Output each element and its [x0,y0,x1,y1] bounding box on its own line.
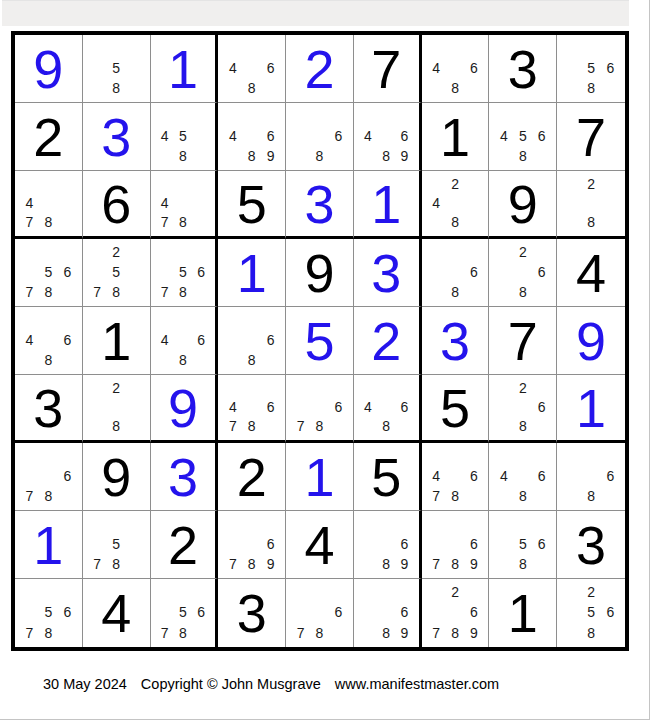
given-digit: 7 [576,110,606,164]
given-digit: 3 [33,381,63,435]
footer-date: 30 May 2024 [43,676,127,692]
candidate-8: 8 [310,623,329,643]
candidate-6: 6 [261,534,280,554]
candidate-8: 8 [174,146,192,166]
candidate-4: 4 [427,58,446,78]
cell-r6c3[interactable]: 9 [151,375,219,443]
candidate-6: 6 [329,602,348,622]
footer: 30 May 2024 Copyright © John Musgrave ww… [43,676,499,692]
pencil-marks: 4689 [223,106,280,166]
given-digit: 5 [371,450,401,504]
candidate-9: 9 [465,623,484,643]
given-digit: 3 [508,42,538,96]
given-digit: 2 [237,450,267,504]
candidate-5: 5 [174,126,192,146]
candidate-8: 8 [107,554,126,574]
cell-r4c3[interactable]: 5678 [151,239,219,307]
candidate-6: 6 [58,330,77,350]
candidate-7: 7 [223,554,242,574]
candidate-8: 8 [242,417,261,436]
candidate-7: 7 [223,417,242,436]
candidate-7: 7 [20,213,39,232]
cell-r1c1[interactable]: 9 [15,35,83,103]
candidate-7: 7 [156,282,174,302]
footer-website: www.manifestmaster.com [335,676,499,692]
candidate-4: 4 [223,126,242,146]
pencil-marks: 28 [562,174,620,232]
candidate-8: 8 [513,486,532,506]
candidate-6: 6 [601,602,620,622]
candidate-6: 6 [329,397,348,416]
solved-digit: 5 [304,314,334,368]
candidate-6: 6 [395,126,413,146]
candidate-2: 2 [581,174,600,193]
candidate-7: 7 [20,623,39,643]
pencil-marks: 5678 [156,582,211,643]
cell-r9c3[interactable]: 5678 [151,579,219,647]
candidate-6: 6 [532,466,551,486]
candidate-8: 8 [242,78,261,98]
candidate-6: 6 [532,534,551,554]
candidate-4: 4 [427,193,446,212]
pencil-marks: 268 [494,242,551,302]
cell-r1c6[interactable]: 7 [354,35,422,103]
candidate-7: 7 [20,282,39,302]
pencil-marks: 26789 [427,582,484,643]
candidate-4: 4 [494,466,513,486]
cell-r8c1[interactable]: 1 [15,511,83,579]
pencil-marks: 268 [494,378,551,436]
pencil-marks: 68 [427,242,484,302]
candidate-6: 6 [261,330,280,350]
candidate-5: 5 [107,262,126,282]
cell-r8c8[interactable]: 568 [489,511,557,579]
candidate-8: 8 [242,554,261,574]
candidate-9: 9 [261,146,280,166]
candidate-8: 8 [39,282,58,302]
candidate-8: 8 [39,213,58,232]
candidate-8: 8 [581,213,600,232]
pencil-marks: 468 [20,310,77,370]
pencil-marks: 568 [494,514,551,574]
cell-r7c8[interactable]: 468 [489,443,557,511]
pencil-marks: 689 [359,514,414,574]
given-digit: 3 [576,518,606,572]
cell-r8c6[interactable]: 689 [354,511,422,579]
candidate-8: 8 [446,486,465,506]
candidate-4: 4 [156,126,174,146]
cell-r5c5[interactable]: 5 [286,307,354,375]
solved-digit: 1 [576,381,606,435]
candidate-2: 2 [107,378,126,397]
cell-r4c9[interactable]: 4 [557,239,625,307]
cell-r9c9[interactable]: 2568 [557,579,625,647]
pencil-marks: 2578 [88,242,145,302]
candidate-7: 7 [427,623,446,643]
cell-r8c5[interactable]: 4 [286,511,354,579]
candidate-8: 8 [446,213,465,232]
candidate-6: 6 [192,602,210,622]
cell-r7c5[interactable]: 1 [286,443,354,511]
pencil-marks: 689 [359,582,414,643]
solved-digit: 3 [440,314,470,368]
candidate-6: 6 [261,58,280,78]
solved-digit: 1 [304,450,334,504]
solved-digit: 3 [371,246,401,300]
cell-r6c1[interactable]: 3 [15,375,83,443]
pencil-marks: 28 [88,378,145,436]
candidate-6: 6 [532,397,551,416]
cell-r1c2[interactable]: 58 [83,35,151,103]
cell-r2c6[interactable]: 4689 [354,103,422,171]
candidate-2: 2 [513,242,532,262]
candidate-8: 8 [107,78,126,98]
candidate-8: 8 [174,213,192,232]
cell-r7c2[interactable]: 9 [83,443,151,511]
candidate-6: 6 [601,466,620,486]
candidate-8: 8 [242,146,261,166]
cell-r4c8[interactable]: 268 [489,239,557,307]
pencil-marks: 5678 [156,242,211,302]
pencil-marks: 468 [427,38,484,98]
candidate-8: 8 [310,417,329,436]
candidate-4: 4 [20,330,39,350]
cell-r9c6[interactable]: 689 [354,579,422,647]
candidate-8: 8 [39,486,58,506]
footer-copyright: Copyright © John Musgrave [141,676,321,692]
candidate-4: 4 [359,126,377,146]
cell-r8c3[interactable]: 2 [151,511,219,579]
candidate-8: 8 [581,486,600,506]
candidate-8: 8 [377,623,395,643]
candidate-6: 6 [261,397,280,416]
candidate-6: 6 [58,466,77,486]
candidate-6: 6 [329,126,348,146]
cell-r7c1[interactable]: 678 [15,443,83,511]
cell-r8c9[interactable]: 3 [557,511,625,579]
pencil-marks: 568 [562,38,620,98]
cell-r4c5[interactable]: 9 [286,239,354,307]
candidate-7: 7 [20,486,39,506]
candidate-6: 6 [192,330,210,350]
cell-r5c1[interactable]: 468 [15,307,83,375]
cell-r2c9[interactable]: 7 [557,103,625,171]
candidate-7: 7 [88,554,107,574]
cell-r3c5[interactable]: 3 [286,171,354,239]
candidate-4: 4 [156,330,174,350]
candidate-6: 6 [532,262,551,282]
pencil-marks: 68 [562,446,620,506]
cell-r4c4[interactable]: 1 [218,239,286,307]
candidate-8: 8 [174,282,192,302]
cell-r7c6[interactable]: 5 [354,443,422,511]
solved-digit: 1 [33,518,63,572]
pencil-marks: 468 [223,38,280,98]
pencil-marks: 678 [291,582,348,643]
solved-digit: 2 [304,42,334,96]
pencil-marks: 458 [156,106,211,166]
cell-r4c2[interactable]: 2578 [83,239,151,307]
cell-r1c9[interactable]: 568 [557,35,625,103]
candidate-7: 7 [427,554,446,574]
candidate-2: 2 [107,242,126,262]
cell-r5c3[interactable]: 468 [151,307,219,375]
given-digit: 4 [576,246,606,300]
candidate-2: 2 [581,582,600,602]
pencil-marks: 468 [359,378,414,436]
candidate-8: 8 [513,146,532,166]
candidate-9: 9 [395,146,413,166]
pencil-marks: 248 [427,174,484,232]
cell-r3c8[interactable]: 9 [489,171,557,239]
cell-r2c1[interactable]: 2 [15,103,83,171]
given-digit: 1 [101,314,131,368]
candidate-6: 6 [261,126,280,146]
given-digit: 2 [168,518,198,572]
candidate-2: 2 [446,582,465,602]
cell-r9c4[interactable]: 3 [218,579,286,647]
cell-r5c2[interactable]: 1 [83,307,151,375]
cell-r6c4[interactable]: 4678 [218,375,286,443]
cell-r5c4[interactable]: 68 [218,307,286,375]
candidate-6: 6 [601,58,620,78]
cell-r2c3[interactable]: 458 [151,103,219,171]
candidate-6: 6 [465,602,484,622]
candidate-8: 8 [446,623,465,643]
pencil-marks: 5678 [20,582,77,643]
candidate-8: 8 [513,417,532,436]
cell-r7c4[interactable]: 2 [218,443,286,511]
cell-r7c3[interactable]: 3 [151,443,219,511]
given-digit: 7 [508,314,538,368]
candidate-4: 4 [494,126,513,146]
cell-r2c2[interactable]: 3 [83,103,151,171]
candidate-8: 8 [446,554,465,574]
pencil-marks: 478 [156,174,211,232]
cell-r4c6[interactable]: 3 [354,239,422,307]
pencil-marks: 4678 [223,378,280,436]
pencil-marks: 6789 [427,514,484,574]
candidate-6: 6 [465,58,484,78]
candidate-8: 8 [513,554,532,574]
candidate-6: 6 [395,397,413,416]
pencil-marks: 678 [20,446,77,506]
cell-r6c6[interactable]: 468 [354,375,422,443]
candidate-6: 6 [58,602,77,622]
candidate-6: 6 [532,126,551,146]
cell-r5c9[interactable]: 9 [557,307,625,375]
pencil-marks: 4689 [359,106,414,166]
cell-r6c7[interactable]: 5 [422,375,490,443]
candidate-8: 8 [377,417,395,436]
cell-r6c8[interactable]: 268 [489,375,557,443]
candidate-6: 6 [465,262,484,282]
given-digit: 6 [101,177,131,231]
given-digit: 2 [33,110,63,164]
cell-r8c4[interactable]: 6789 [218,511,286,579]
candidate-8: 8 [377,146,395,166]
pencil-marks: 678 [291,378,348,436]
solved-digit: 2 [371,314,401,368]
cell-r9c7[interactable]: 26789 [422,579,490,647]
cell-r6c9[interactable]: 1 [557,375,625,443]
cell-r8c7[interactable]: 6789 [422,511,490,579]
candidate-6: 6 [465,534,484,554]
candidate-5: 5 [513,126,532,146]
cell-r9c2[interactable]: 4 [83,579,151,647]
candidate-7: 7 [156,623,174,643]
candidate-7: 7 [427,486,446,506]
given-digit: 3 [237,586,267,640]
solved-digit: 1 [168,42,198,96]
candidate-5: 5 [107,58,126,78]
page: 9581468274683568234584689684689145687478… [0,0,650,720]
candidate-8: 8 [174,623,192,643]
cell-r3c2[interactable]: 6 [83,171,151,239]
candidate-9: 9 [395,623,413,643]
window-header [2,0,629,26]
cell-r1c3[interactable]: 1 [151,35,219,103]
candidate-7: 7 [156,213,174,232]
solved-digit: 1 [237,246,267,300]
candidate-9: 9 [395,554,413,574]
cell-r9c1[interactable]: 5678 [15,579,83,647]
solved-digit: 1 [371,177,401,231]
candidate-8: 8 [581,78,600,98]
cell-r6c5[interactable]: 678 [286,375,354,443]
cell-r3c3[interactable]: 478 [151,171,219,239]
solved-digit: 3 [101,110,131,164]
candidate-5: 5 [107,534,126,554]
sudoku-board: 9581468274683568234584689684689145687478… [11,31,629,651]
candidate-7: 7 [291,623,310,643]
cell-r2c8[interactable]: 4568 [489,103,557,171]
candidate-4: 4 [20,193,39,212]
candidate-4: 4 [223,397,242,416]
solved-digit: 3 [168,450,198,504]
cell-r5c6[interactable]: 2 [354,307,422,375]
pencil-marks: 5678 [20,242,77,302]
given-digit: 5 [440,381,470,435]
candidate-8: 8 [310,146,329,166]
candidate-5: 5 [39,602,58,622]
cell-r7c7[interactable]: 4678 [422,443,490,511]
candidate-4: 4 [427,466,446,486]
cell-r8c2[interactable]: 578 [83,511,151,579]
pencil-marks: 578 [88,514,145,574]
candidate-8: 8 [581,623,600,643]
candidate-6: 6 [192,262,210,282]
candidate-8: 8 [377,554,395,574]
cell-r3c6[interactable]: 1 [354,171,422,239]
candidate-5: 5 [39,262,58,282]
cell-r2c4[interactable]: 4689 [218,103,286,171]
candidate-8: 8 [107,282,126,302]
solved-digit: 9 [33,42,63,96]
given-digit: 9 [508,177,538,231]
candidate-9: 9 [261,554,280,574]
given-digit: 7 [371,42,401,96]
candidate-5: 5 [581,58,600,78]
candidate-5: 5 [174,602,192,622]
solved-digit: 9 [576,314,606,368]
candidate-8: 8 [446,282,465,302]
cell-r1c7[interactable]: 468 [422,35,490,103]
candidate-6: 6 [395,602,413,622]
candidate-7: 7 [291,417,310,436]
pencil-marks: 4678 [427,446,484,506]
pencil-marks: 68 [291,106,348,166]
candidate-8: 8 [107,417,126,436]
given-digit: 1 [508,586,538,640]
cell-r5c8[interactable]: 7 [489,307,557,375]
candidate-8: 8 [39,623,58,643]
cell-r2c7[interactable]: 1 [422,103,490,171]
cell-r3c4[interactable]: 5 [218,171,286,239]
solved-digit: 9 [168,381,198,435]
given-digit: 9 [304,246,334,300]
pencil-marks: 68 [223,310,280,370]
cell-r3c7[interactable]: 248 [422,171,490,239]
candidate-8: 8 [174,350,192,370]
cell-r5c7[interactable]: 3 [422,307,490,375]
candidate-8: 8 [242,350,261,370]
pencil-marks: 468 [494,446,551,506]
candidate-9: 9 [465,554,484,574]
candidate-5: 5 [513,534,532,554]
given-digit: 9 [101,450,131,504]
cell-r4c7[interactable]: 68 [422,239,490,307]
cell-r2c5[interactable]: 68 [286,103,354,171]
cell-r4c1[interactable]: 5678 [15,239,83,307]
pencil-marks: 58 [88,38,145,98]
candidate-4: 4 [156,193,174,212]
cell-r9c8[interactable]: 1 [489,579,557,647]
candidate-8: 8 [513,282,532,302]
cell-r1c8[interactable]: 3 [489,35,557,103]
candidate-4: 4 [223,58,242,78]
candidate-5: 5 [174,262,192,282]
candidate-5: 5 [581,602,600,622]
cell-r1c4[interactable]: 468 [218,35,286,103]
pencil-marks: 4568 [494,106,551,166]
given-digit: 1 [440,110,470,164]
candidate-2: 2 [446,174,465,193]
solved-digit: 3 [304,177,334,231]
pencil-marks: 2568 [562,582,620,643]
given-digit: 4 [304,518,334,572]
given-digit: 5 [237,177,267,231]
pencil-marks: 468 [156,310,211,370]
candidate-7: 7 [88,282,107,302]
cell-r3c9[interactable]: 28 [557,171,625,239]
cell-r7c9[interactable]: 68 [557,443,625,511]
candidate-6: 6 [465,466,484,486]
cell-r3c1[interactable]: 478 [15,171,83,239]
candidate-8: 8 [39,350,58,370]
candidate-2: 2 [513,378,532,397]
cell-r6c2[interactable]: 28 [83,375,151,443]
candidate-4: 4 [359,397,377,416]
candidate-8: 8 [446,78,465,98]
given-digit: 4 [101,586,131,640]
cell-r9c5[interactable]: 678 [286,579,354,647]
candidate-6: 6 [395,534,413,554]
pencil-marks: 478 [20,174,77,232]
cell-r1c5[interactable]: 2 [286,35,354,103]
pencil-marks: 6789 [223,514,280,574]
candidate-6: 6 [58,262,77,282]
